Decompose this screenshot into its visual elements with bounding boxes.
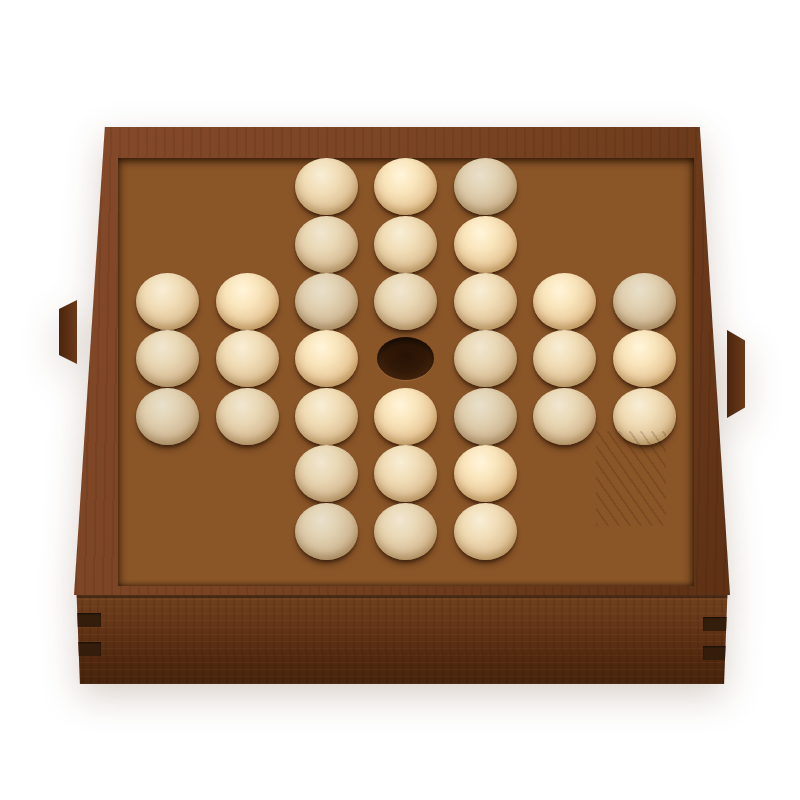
peg-r6c3[interactable]	[295, 445, 358, 502]
no-hole-r1c6	[525, 158, 604, 215]
peg-r3c2[interactable]	[216, 273, 279, 330]
hole-r4c3	[287, 330, 366, 387]
hole-r7c4	[366, 503, 445, 560]
hole-r4c4[interactable]	[366, 330, 445, 387]
hole-r4c5	[446, 330, 525, 387]
peg-r3c7[interactable]	[613, 273, 676, 330]
finger-joint	[76, 642, 101, 656]
peg-r3c6[interactable]	[533, 273, 596, 330]
hole-r3c1	[128, 273, 207, 330]
no-hole-r1c1	[128, 158, 207, 215]
no-hole-r2c7	[605, 215, 684, 272]
peg-r6c5[interactable]	[454, 445, 517, 502]
peg-r5c1[interactable]	[136, 388, 199, 445]
hole-r2c3	[287, 215, 366, 272]
no-hole-r6c6	[525, 445, 604, 502]
hole-r1c5	[446, 158, 525, 215]
no-hole-r7c6	[525, 503, 604, 560]
no-hole-r7c1	[128, 503, 207, 560]
hole-r7c3	[287, 503, 366, 560]
peg-r4c5[interactable]	[454, 330, 517, 387]
peg-r5c4[interactable]	[374, 388, 437, 445]
peg-r5c5[interactable]	[454, 388, 517, 445]
no-hole-r2c1	[128, 215, 207, 272]
hole-r3c2	[207, 273, 286, 330]
right-grip-tab	[727, 330, 745, 418]
no-hole-r6c2	[207, 445, 286, 502]
peg-r2c3[interactable]	[295, 216, 358, 273]
hole-r5c1	[128, 388, 207, 445]
peg-r3c3[interactable]	[295, 273, 358, 330]
peg-r3c5[interactable]	[454, 273, 517, 330]
product-photo-scene	[0, 0, 800, 800]
peg-r1c4[interactable]	[374, 158, 437, 215]
peg-r7c3[interactable]	[295, 503, 358, 560]
hole-r3c7	[605, 273, 684, 330]
peg-r5c3[interactable]	[295, 388, 358, 445]
hole-r5c3	[287, 388, 366, 445]
lid-seam	[74, 595, 730, 598]
peg-r4c2[interactable]	[216, 330, 279, 387]
no-hole-r6c1	[128, 445, 207, 502]
hole-r1c4	[366, 158, 445, 215]
hole-r6c5	[446, 445, 525, 502]
peg-r4c3[interactable]	[295, 330, 358, 387]
peg-r5c2[interactable]	[216, 388, 279, 445]
box-frame	[74, 127, 730, 595]
hole-r5c2	[207, 388, 286, 445]
peg-r4c6[interactable]	[533, 330, 596, 387]
peg-r4c7[interactable]	[613, 330, 676, 387]
left-grip-tab	[59, 300, 77, 364]
hole-r3c6	[525, 273, 604, 330]
hole-r6c3	[287, 445, 366, 502]
hole-r2c5	[446, 215, 525, 272]
no-hole-r7c7	[605, 503, 684, 560]
no-hole-r7c2	[207, 503, 286, 560]
no-hole-r6c7	[605, 445, 684, 502]
no-hole-r1c7	[605, 158, 684, 215]
peg-r7c5[interactable]	[454, 503, 517, 560]
hole-r1c3	[287, 158, 366, 215]
hole-r5c7	[605, 388, 684, 445]
finger-joint	[703, 617, 728, 631]
finger-joint	[703, 646, 728, 660]
solitaire-board	[128, 158, 684, 560]
peg-r2c4[interactable]	[374, 216, 437, 273]
finger-joint	[76, 613, 101, 627]
no-hole-r2c6	[525, 215, 604, 272]
hole-r3c3	[287, 273, 366, 330]
peg-r5c7[interactable]	[613, 388, 676, 445]
hole-r6c4	[366, 445, 445, 502]
hole-r3c4	[366, 273, 445, 330]
no-hole-r2c2	[207, 215, 286, 272]
peg-r6c4[interactable]	[374, 445, 437, 502]
peg-r2c5[interactable]	[454, 216, 517, 273]
hole-r5c5	[446, 388, 525, 445]
hole-r4c2	[207, 330, 286, 387]
hole-r7c5	[446, 503, 525, 560]
hole-r2c4	[366, 215, 445, 272]
peg-r4c1[interactable]	[136, 330, 199, 387]
peg-r3c4[interactable]	[374, 273, 437, 330]
hole-r4c1	[128, 330, 207, 387]
peg-r3c1[interactable]	[136, 273, 199, 330]
game-box	[74, 127, 730, 684]
hole-r3c5	[446, 273, 525, 330]
no-hole-r1c2	[207, 158, 286, 215]
box-front-face	[74, 595, 730, 684]
hole-r5c6	[525, 388, 604, 445]
hole-r4c7	[605, 330, 684, 387]
peg-r1c3[interactable]	[295, 158, 358, 215]
peg-r5c6[interactable]	[533, 388, 596, 445]
empty-center-hole[interactable]	[377, 337, 434, 380]
hole-r4c6	[525, 330, 604, 387]
peg-r7c4[interactable]	[374, 503, 437, 560]
hole-r5c4	[366, 388, 445, 445]
peg-r1c5[interactable]	[454, 158, 517, 215]
board-panel	[118, 158, 694, 586]
